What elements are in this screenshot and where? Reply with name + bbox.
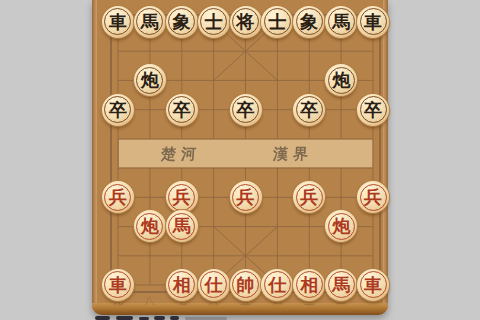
- piece-red-advisor-left[interactable]: 仕: [198, 269, 230, 301]
- piece-red-chariot-right[interactable]: 車: [357, 269, 389, 301]
- piece-black-advisor-left[interactable]: 士: [198, 6, 230, 38]
- board-grid[interactable]: 車馬象士将士象馬車炮炮卒卒卒卒卒兵兵兵兵兵炮馬炮車相仕帥仕相馬車: [102, 7, 389, 299]
- piece-black-soldier-5[interactable]: 卒: [357, 94, 389, 126]
- piece-black-soldier-2[interactable]: 卒: [166, 94, 198, 126]
- file-label-8: 八: [134, 295, 166, 307]
- piece-black-soldier-4[interactable]: 卒: [293, 94, 325, 126]
- piece-glyph: 仕: [268, 275, 286, 293]
- piece-black-soldier-3[interactable]: 卒: [230, 94, 262, 126]
- piece-glyph: 馬: [141, 12, 159, 30]
- piece-black-soldier-1[interactable]: 卒: [102, 94, 134, 126]
- piece-glyph: 車: [109, 12, 127, 30]
- piece-glyph: 将: [237, 12, 255, 30]
- piece-glyph: 士: [268, 12, 286, 30]
- piece-red-chariot-left[interactable]: 車: [102, 269, 134, 301]
- piece-black-cannon-left[interactable]: 炮: [134, 64, 166, 96]
- piece-black-horse-right[interactable]: 馬: [325, 6, 357, 38]
- piece-black-horse-left[interactable]: 馬: [134, 6, 166, 38]
- piece-black-elephant-left[interactable]: 象: [166, 6, 198, 38]
- piece-glyph: 炮: [141, 217, 159, 235]
- piece-glyph: 兵: [300, 188, 318, 206]
- piece-red-elephant-right[interactable]: 相: [293, 269, 325, 301]
- piece-glyph: 象: [173, 12, 191, 30]
- piece-glyph: 兵: [109, 188, 127, 206]
- piece-black-advisor-right[interactable]: 士: [261, 6, 293, 38]
- cropped-ui-artifact: [116, 316, 133, 320]
- cropped-ui-artifact: [170, 316, 179, 320]
- piece-red-general[interactable]: 帥: [230, 269, 262, 301]
- piece-red-soldier-3[interactable]: 兵: [230, 181, 262, 213]
- piece-glyph: 仕: [205, 275, 223, 293]
- piece-red-elephant-left[interactable]: 相: [166, 269, 198, 301]
- piece-glyph: 炮: [332, 217, 350, 235]
- piece-glyph: 象: [300, 12, 318, 30]
- cropped-ui-artifact: [95, 316, 110, 320]
- piece-black-cannon-right[interactable]: 炮: [325, 64, 357, 96]
- river-label-han-jie: 漢界: [272, 146, 313, 162]
- piece-glyph: 炮: [332, 71, 350, 89]
- piece-glyph: 兵: [364, 188, 382, 206]
- piece-black-general[interactable]: 将: [230, 6, 262, 38]
- cropped-ui-artifact: [154, 316, 165, 320]
- piece-red-horse-right[interactable]: 馬: [325, 269, 357, 301]
- piece-glyph: 卒: [173, 100, 191, 118]
- piece-glyph: 車: [364, 275, 382, 293]
- piece-glyph: 相: [300, 275, 318, 293]
- piece-glyph: 相: [173, 275, 191, 293]
- piece-glyph: 兵: [173, 188, 191, 206]
- xiangqi-board: 楚河 漢界 車馬象士将士象馬車炮炮卒卒卒卒卒兵兵兵兵兵炮馬炮車相仕帥仕相馬車 九…: [92, 0, 388, 315]
- piece-glyph: 帥: [237, 275, 255, 293]
- piece-red-cannon-left[interactable]: 炮: [134, 210, 166, 242]
- piece-black-elephant-right[interactable]: 象: [293, 6, 325, 38]
- piece-red-horse-moved[interactable]: 馬: [166, 210, 198, 242]
- piece-black-chariot-left[interactable]: 車: [102, 6, 134, 38]
- app-background: { "game": "xiangqi", "position": { "fen"…: [0, 0, 480, 320]
- piece-glyph: 馬: [173, 217, 191, 235]
- piece-glyph: 馬: [332, 12, 350, 30]
- piece-red-soldier-1[interactable]: 兵: [102, 181, 134, 213]
- piece-glyph: 兵: [237, 188, 255, 206]
- piece-red-cannon-right[interactable]: 炮: [325, 210, 357, 242]
- piece-red-advisor-right[interactable]: 仕: [261, 269, 293, 301]
- piece-glyph: 車: [109, 275, 127, 293]
- piece-red-soldier-2[interactable]: 兵: [166, 181, 198, 213]
- piece-black-chariot-right[interactable]: 車: [357, 6, 389, 38]
- piece-glyph: 馬: [332, 275, 350, 293]
- piece-glyph: 炮: [141, 71, 159, 89]
- river-label-chu-he: 楚河: [160, 146, 201, 162]
- piece-glyph: 卒: [364, 100, 382, 118]
- piece-glyph: 士: [205, 12, 223, 30]
- piece-glyph: 卒: [300, 100, 318, 118]
- piece-glyph: 卒: [109, 100, 127, 118]
- piece-glyph: 車: [364, 12, 382, 30]
- piece-red-soldier-5[interactable]: 兵: [357, 181, 389, 213]
- piece-red-soldier-4[interactable]: 兵: [293, 181, 325, 213]
- piece-glyph: 卒: [237, 100, 255, 118]
